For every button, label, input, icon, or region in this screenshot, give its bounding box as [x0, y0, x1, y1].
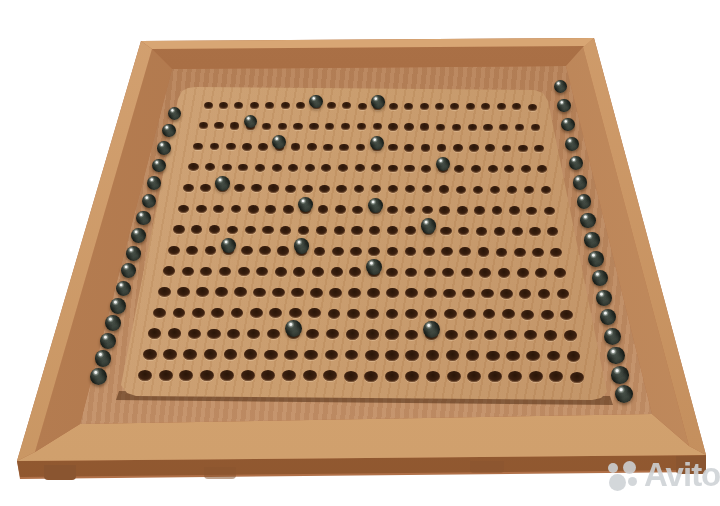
- tray-marble-right[interactable]: [565, 137, 579, 151]
- tray-marble-left[interactable]: [157, 141, 171, 155]
- marble[interactable]: [371, 95, 385, 109]
- marble[interactable]: [298, 197, 313, 212]
- marble[interactable]: [421, 218, 436, 233]
- marble[interactable]: [244, 115, 258, 129]
- tray-marble-right[interactable]: [561, 118, 575, 132]
- tray-marble-left[interactable]: [110, 298, 126, 314]
- marble[interactable]: [294, 238, 310, 254]
- marble[interactable]: [423, 321, 440, 338]
- avito-watermark: Avito: [604, 458, 720, 492]
- tray-marble-right[interactable]: [600, 309, 617, 326]
- tray-marble-left[interactable]: [147, 176, 161, 190]
- marble[interactable]: [370, 136, 384, 150]
- tray-marble-left[interactable]: [116, 281, 132, 297]
- avito-logo-icon: [604, 458, 640, 492]
- tray-marble-left[interactable]: [131, 228, 146, 243]
- marble[interactable]: [285, 320, 302, 337]
- tray-marble-right[interactable]: [584, 232, 600, 248]
- tray-marble-right[interactable]: [557, 99, 570, 112]
- marble[interactable]: [436, 157, 450, 171]
- tray-marble-left[interactable]: [95, 350, 112, 367]
- tray-marble-right[interactable]: [554, 80, 567, 93]
- tray-marble-left[interactable]: [100, 333, 117, 350]
- tray-marble-left[interactable]: [105, 315, 121, 331]
- marble[interactable]: [215, 176, 230, 191]
- tray-marble-right[interactable]: [580, 213, 595, 228]
- tray-marble-right[interactable]: [588, 251, 604, 267]
- tray-marble-right[interactable]: [607, 347, 624, 364]
- marble[interactable]: [368, 198, 383, 213]
- tray-marble-left[interactable]: [126, 246, 141, 261]
- tray-marble-left[interactable]: [168, 107, 181, 120]
- tray-marble-right[interactable]: [615, 385, 633, 403]
- marble[interactable]: [272, 135, 286, 149]
- tray-marble-right[interactable]: [573, 175, 588, 190]
- marble[interactable]: [309, 95, 323, 109]
- tray-marble-right[interactable]: [577, 194, 592, 209]
- tray-marble-right[interactable]: [611, 366, 629, 384]
- tray-marble-right[interactable]: [596, 290, 612, 306]
- tray-marble-left[interactable]: [142, 194, 156, 208]
- tray-marble-left[interactable]: [162, 124, 175, 137]
- marble[interactable]: [366, 259, 382, 275]
- product-photo: Avito: [0, 0, 720, 506]
- marble[interactable]: [221, 238, 237, 254]
- tray-marble-left[interactable]: [121, 263, 136, 278]
- tray-marble-left[interactable]: [136, 211, 151, 226]
- avito-watermark-text: Avito: [644, 458, 720, 492]
- tray-marble-left[interactable]: [90, 368, 107, 385]
- tray-marble-right[interactable]: [569, 156, 583, 170]
- tray-marble-left[interactable]: [152, 159, 166, 173]
- marbles-layer: [0, 0, 720, 506]
- tray-marble-right[interactable]: [592, 270, 608, 286]
- tray-marble-right[interactable]: [604, 328, 621, 345]
